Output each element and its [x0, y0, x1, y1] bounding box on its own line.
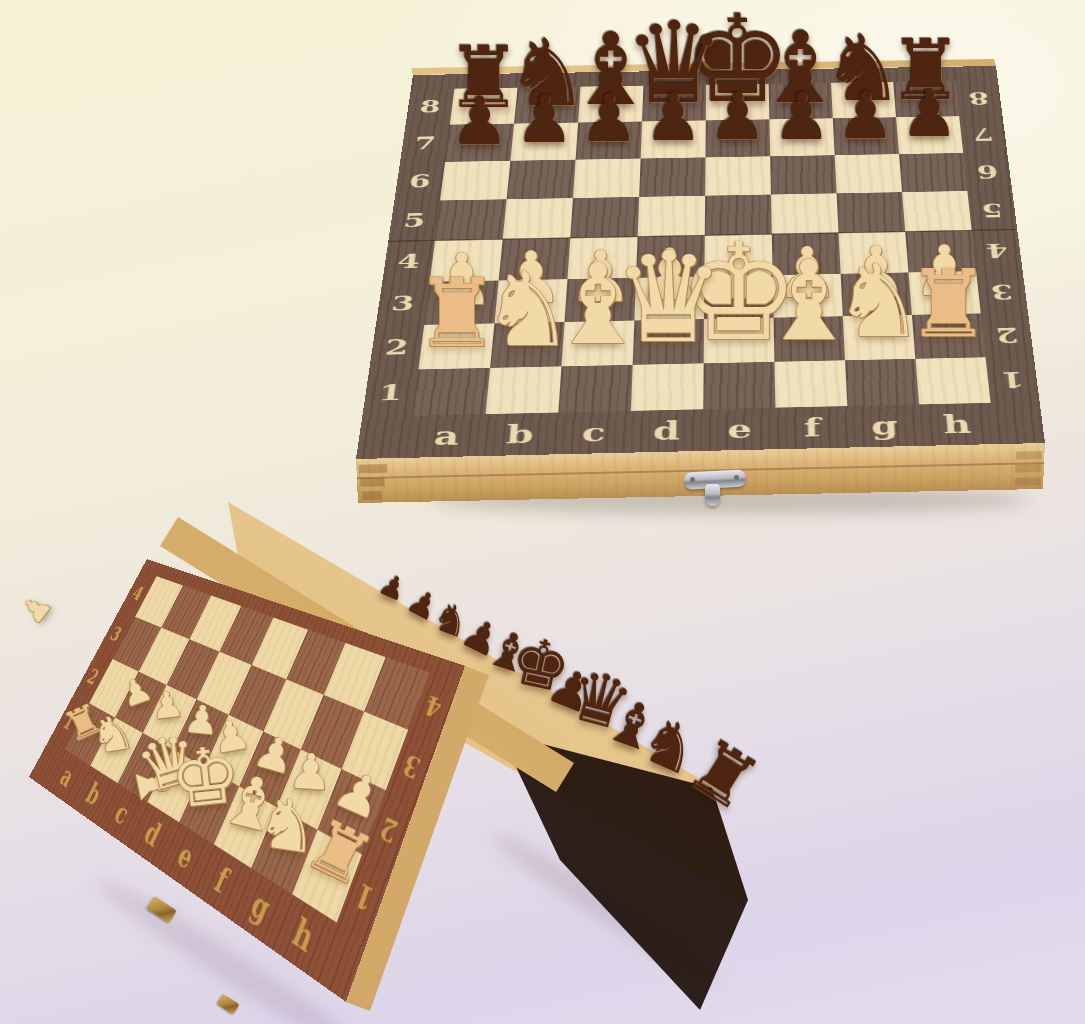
square-a6	[440, 161, 510, 201]
piece-white-pawn-folded-a2: ♟	[15, 589, 57, 630]
square-b5	[503, 198, 573, 239]
file-label-a: a	[433, 423, 461, 449]
rank-label-right-5: 5	[980, 201, 1004, 220]
rank-label-left-5: 5	[402, 211, 427, 230]
square-a5	[435, 199, 507, 240]
piece-black-pawn-b7: ♟	[515, 87, 574, 153]
rank-label-left-2: 2	[384, 337, 410, 358]
rank-label-right-3: 3	[990, 282, 1015, 302]
piece-white-rook-a2: ♜	[414, 267, 499, 362]
square-f6	[770, 155, 836, 194]
piece-black-pawn-h7: ♟	[900, 82, 958, 147]
file-label-c: c	[581, 420, 606, 446]
piece-black-pawn-c7: ♟	[580, 87, 639, 153]
file-label-e: e	[727, 416, 752, 442]
square-c1	[558, 365, 632, 413]
file-label-b: b	[505, 421, 534, 447]
rank-label-left-8: 8	[419, 98, 442, 115]
piece-black-pawn-a7: ♟	[450, 88, 509, 154]
square-a1	[413, 368, 491, 416]
rank-label-left-7: 7	[413, 135, 437, 153]
piece-black-pawn-e7: ♟	[708, 85, 767, 150]
file-label-h: h	[942, 411, 972, 437]
square-g6	[835, 154, 902, 193]
square-g5	[837, 192, 906, 233]
rank-label-right-2: 2	[995, 324, 1020, 345]
square-c6	[573, 159, 641, 199]
square-h5	[902, 191, 972, 232]
rank-label-left-1: 1	[377, 382, 404, 404]
file-label-d: d	[653, 418, 681, 444]
brass-hinge-folded	[216, 994, 239, 1015]
rank-label-right-7: 7	[972, 125, 995, 143]
square-e6	[705, 156, 771, 195]
rank-label-left-3: 3	[390, 293, 416, 314]
square-h1	[915, 357, 990, 404]
piece-black-pawn-g7: ♟	[836, 83, 894, 148]
square-h6	[899, 153, 967, 192]
square-g1	[845, 359, 919, 406]
rank-label-left-6: 6	[408, 172, 432, 190]
file-label-g: g	[870, 413, 899, 439]
square-d6	[639, 157, 705, 196]
square-b6	[507, 160, 576, 200]
piece-black-pawn-d7: ♟	[644, 86, 703, 152]
file-label-f: f	[803, 415, 820, 441]
product-photo-scene: 8877665544332211abcdefgh ♜♞♝♛♚♝♞♜♟♟♟♟♟♟♟…	[0, 0, 1085, 1024]
piece-black-pawn-f7: ♟	[773, 84, 831, 149]
square-b1	[486, 366, 562, 414]
rank-label-right-8: 8	[968, 90, 990, 107]
rank-label-right-6: 6	[976, 162, 999, 180]
rank-label-right-1: 1	[1000, 368, 1026, 390]
